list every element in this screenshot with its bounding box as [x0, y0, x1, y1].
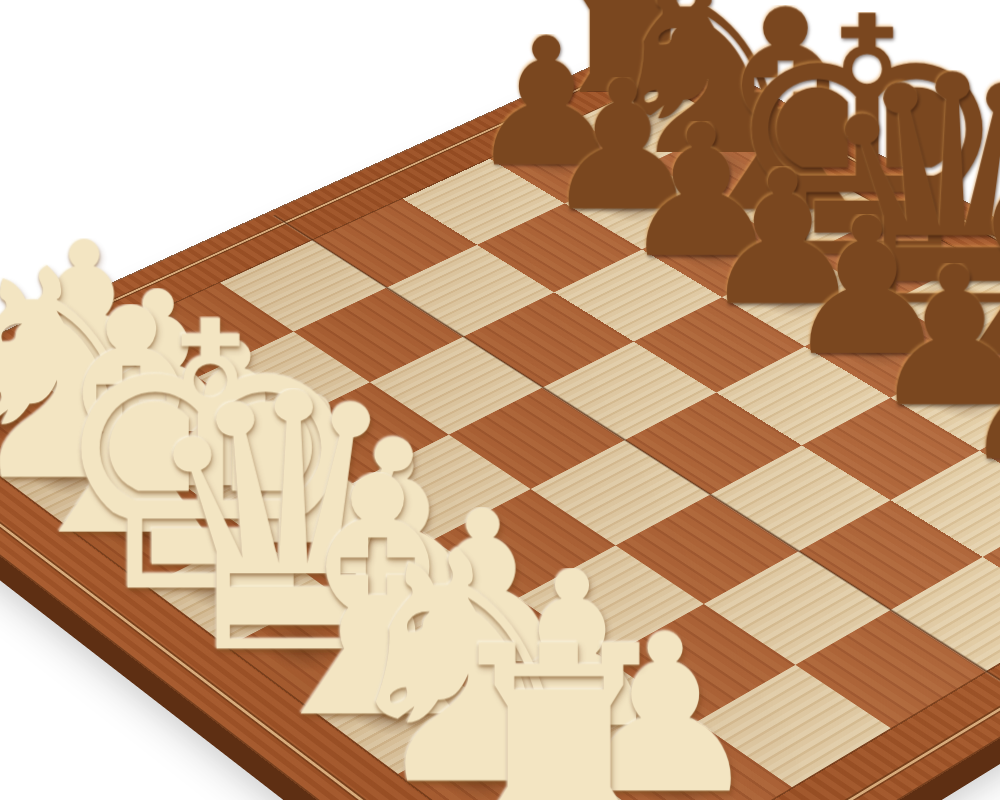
- white-rook[interactable]: ♜: [431, 640, 687, 800]
- photo-scene: ♜♞♝♚♛♝♞♜♟♟♟♟♟♟♟♟♟♟♟♟♟♟♟♟♜♞♝♚♛♝♞♜: [0, 0, 1000, 800]
- black-pawn[interactable]: ♟: [956, 314, 1000, 467]
- squares-grid: ♜♞♝♚♛♝♞♜♟♟♟♟♟♟♟♟♟♟♟♟♟♟♟♟♜♞♝♚♛♝♞♜: [0, 82, 1000, 800]
- chess-board: ♜♞♝♚♛♝♞♜♟♟♟♟♟♟♟♟♟♟♟♟♟♟♟♟♜♞♝♚♛♝♞♜: [0, 36, 1000, 800]
- board-square[interactable]: [625, 393, 802, 495]
- board-square[interactable]: ♜: [489, 781, 690, 800]
